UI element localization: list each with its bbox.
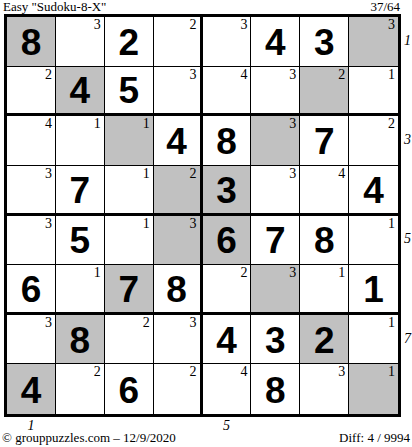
copyright-text: © grouppuzzles.com – 12/9/2020 (2, 430, 176, 446)
given-digit: 5 (56, 216, 104, 265)
cell-r6c2[interactable]: 1 (56, 265, 105, 315)
cell-r5c2[interactable]: 5 (56, 216, 105, 266)
corner-mark: 3 (45, 216, 52, 231)
cell-r5c3[interactable]: 1 (105, 216, 154, 266)
corner-mark: 2 (388, 116, 395, 131)
given-digit: 4 (251, 17, 299, 66)
given-digit: 3 (203, 166, 251, 213)
cell-r2c4[interactable]: 3 (154, 67, 203, 117)
given-digit: 4 (203, 315, 251, 364)
corner-mark: 3 (388, 17, 395, 32)
corner-mark: 4 (45, 116, 52, 131)
cell-r8c6[interactable]: 8 (251, 364, 300, 414)
cell-r8c5[interactable]: 4 (203, 364, 252, 414)
cell-r5c1[interactable]: 3 (7, 216, 56, 266)
cell-r2c2[interactable]: 4 (56, 67, 105, 117)
cell-r3c2[interactable]: 1 (56, 116, 105, 166)
given-digit: 7 (56, 166, 104, 213)
difficulty-text: Diff: 4 / 9994 (339, 430, 410, 446)
corner-mark: 1 (143, 216, 150, 231)
row-label-7: 7 (404, 332, 411, 346)
cell-r2c3[interactable]: 5 (105, 67, 154, 117)
cell-r4c1[interactable]: 3 (7, 166, 56, 216)
cell-r8c4[interactable]: 2 (154, 364, 203, 414)
cell-r4c2[interactable]: 7 (56, 166, 105, 216)
cell-r4c7[interactable]: 4 (300, 166, 349, 216)
corner-mark: 3 (45, 315, 52, 330)
given-digit: 4 (349, 166, 398, 213)
cell-r4c4[interactable]: 2 (154, 166, 203, 216)
given-digit: 8 (56, 315, 104, 364)
cell-r3c3[interactable]: 1 (105, 116, 154, 166)
cell-r5c7[interactable]: 8 (300, 216, 349, 266)
corner-mark: 3 (190, 216, 197, 231)
cell-r1c7[interactable]: 3 (300, 17, 349, 67)
cell-r6c6[interactable]: 3 (251, 265, 300, 315)
cell-r1c4[interactable]: 2 (154, 17, 203, 67)
cell-r2c5[interactable]: 4 (203, 67, 252, 117)
cell-r5c4[interactable]: 3 (154, 216, 203, 266)
corner-mark: 2 (45, 67, 52, 82)
cell-r8c2[interactable]: 2 (56, 364, 105, 414)
cell-r5c5[interactable]: 6 (203, 216, 252, 266)
given-digit: 2 (300, 315, 348, 364)
cell-r4c3[interactable]: 1 (105, 166, 154, 216)
corner-mark: 3 (94, 17, 101, 32)
row-label-5: 5 (404, 232, 411, 246)
corner-mark: 2 (143, 315, 150, 330)
corner-mark: 3 (338, 364, 345, 379)
corner-mark: 3 (289, 67, 296, 82)
corner-mark: 1 (94, 265, 101, 280)
corner-mark: 1 (143, 166, 150, 181)
corner-mark: 3 (289, 265, 296, 280)
cell-r1c2[interactable]: 3 (56, 17, 105, 67)
cell-r6c5[interactable]: 2 (203, 265, 252, 315)
cell-r4c6[interactable]: 3 (251, 166, 300, 216)
corner-mark: 2 (190, 364, 197, 379)
corner-mark: 2 (94, 364, 101, 379)
given-digit: 4 (7, 364, 55, 414)
given-digit: 1 (349, 265, 398, 312)
cell-r2c6[interactable]: 3 (251, 67, 300, 117)
cell-r3c7[interactable]: 7 (300, 116, 349, 166)
cell-r6c7[interactable]: 1 (300, 265, 349, 315)
corner-mark: 2 (190, 166, 197, 181)
cell-r7c7[interactable]: 2 (300, 315, 349, 365)
cell-r3c4[interactable]: 4 (154, 116, 203, 166)
puzzle-title: Easy "Sudoku-8-X" (3, 0, 106, 15)
corner-mark: 1 (388, 216, 395, 231)
cell-r7c4[interactable]: 3 (154, 315, 203, 365)
cell-r7c3[interactable]: 2 (105, 315, 154, 365)
corner-mark: 3 (190, 315, 197, 330)
given-digit: 7 (251, 216, 299, 265)
given-digit: 8 (300, 216, 348, 265)
cell-r8c1[interactable]: 4 (7, 364, 56, 414)
cell-r1c8[interactable]: 3 (349, 17, 398, 67)
corner-mark: 1 (94, 116, 101, 131)
given-digit: 6 (203, 216, 251, 265)
cell-r2c7[interactable]: 2 (300, 67, 349, 117)
cell-r3c1[interactable]: 4 (7, 116, 56, 166)
puzzle-counter: 37/64 (370, 0, 400, 15)
cell-r3c5[interactable]: 8 (203, 116, 252, 166)
cell-r1c5[interactable]: 3 (203, 17, 252, 67)
corner-mark: 1 (388, 67, 395, 82)
corner-mark: 1 (388, 315, 395, 330)
given-digit: 4 (56, 67, 104, 114)
row-label-3: 3 (404, 133, 411, 147)
corner-mark: 3 (45, 166, 52, 181)
cell-r1c3[interactable]: 2 (105, 17, 154, 67)
given-digit: 5 (105, 67, 153, 114)
puzzle-page: Easy "Sudoku-8-X" 37/64 8322343324534321… (0, 0, 412, 447)
corner-mark: 1 (388, 364, 395, 379)
given-digit: 8 (251, 364, 299, 414)
given-digit: 7 (300, 116, 348, 165)
col-label-5: 5 (223, 419, 230, 433)
given-digit: 6 (7, 265, 55, 312)
given-digit: 7 (105, 265, 153, 312)
corner-mark: 4 (338, 166, 345, 181)
cell-r7c1[interactable]: 3 (7, 315, 56, 365)
cell-r6c3[interactable]: 7 (105, 265, 154, 315)
corner-mark: 3 (240, 17, 247, 32)
cell-r1c6[interactable]: 4 (251, 17, 300, 67)
cell-r5c6[interactable]: 7 (251, 216, 300, 266)
cell-r6c8[interactable]: 1 (349, 265, 398, 315)
cell-r4c5[interactable]: 3 (203, 166, 252, 216)
cell-r4c8[interactable]: 4 (349, 166, 398, 216)
row-label-1: 1 (404, 34, 411, 48)
corner-mark: 2 (240, 265, 247, 280)
corner-mark: 3 (289, 116, 296, 131)
cell-r8c3[interactable]: 6 (105, 364, 154, 414)
corner-mark: 3 (289, 166, 296, 181)
given-digit: 4 (154, 116, 200, 165)
given-digit: 3 (251, 315, 299, 364)
given-digit: 3 (300, 17, 348, 66)
cell-r7c8[interactable]: 1 (349, 315, 398, 365)
cell-r1c1[interactable]: 8 (7, 17, 56, 67)
cell-r8c7[interactable]: 3 (300, 364, 349, 414)
corner-mark: 3 (190, 67, 197, 82)
cell-r5c8[interactable]: 1 (349, 216, 398, 266)
cell-r2c8[interactable]: 1 (349, 67, 398, 117)
cell-r7c6[interactable]: 3 (251, 315, 300, 365)
cell-r6c4[interactable]: 8 (154, 265, 203, 315)
given-digit: 8 (203, 116, 251, 165)
cell-r8c8[interactable]: 1 (349, 364, 398, 414)
given-digit: 8 (154, 265, 200, 312)
cell-r6c1[interactable]: 6 (7, 265, 56, 315)
corner-mark: 1 (143, 116, 150, 131)
corner-mark: 4 (240, 364, 247, 379)
cell-r2c1[interactable]: 2 (7, 67, 56, 117)
cell-r7c2[interactable]: 8 (56, 315, 105, 365)
corner-mark: 2 (190, 17, 197, 32)
given-digit: 2 (105, 17, 153, 66)
cell-r7c5[interactable]: 4 (203, 315, 252, 365)
corner-mark: 1 (338, 265, 345, 280)
corner-mark: 4 (240, 67, 247, 82)
given-digit: 8 (7, 17, 55, 66)
cell-r3c8[interactable]: 2 (349, 116, 398, 166)
cell-r3c6[interactable]: 3 (251, 116, 300, 166)
corner-mark: 2 (338, 67, 345, 82)
sudoku-board: 8322343324534321411483723712334435136781… (4, 14, 401, 417)
given-digit: 6 (105, 364, 153, 414)
